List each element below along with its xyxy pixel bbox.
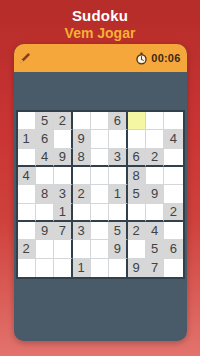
sudoku-cell-r8c6[interactable]: 9 [109,240,127,258]
sudoku-cell-r6c9[interactable]: 2 [164,204,182,222]
sudoku-cell-r5c9[interactable] [164,185,182,203]
sudoku-cell-r1c1[interactable] [18,112,36,130]
sudoku-cell-r6c2[interactable] [36,204,54,222]
sudoku-cell-r7c3[interactable]: 7 [54,222,72,240]
sudoku-board: 526169449836248832159129735242956197 [16,110,185,279]
sudoku-cell-r4c2[interactable] [36,167,54,185]
sudoku-cell-r7c1[interactable] [18,222,36,240]
sudoku-cell-r2c2[interactable]: 6 [36,130,54,148]
sudoku-cell-r1c2[interactable]: 5 [36,112,54,130]
sudoku-cell-r4c1[interactable]: 4 [18,167,36,185]
stopwatch-icon [135,52,148,65]
sudoku-cell-r1c7[interactable] [128,112,146,130]
sudoku-cell-r3c7[interactable]: 6 [128,149,146,167]
sudoku-cell-r7c4[interactable]: 3 [73,222,91,240]
sudoku-cell-r2c9[interactable]: 4 [164,130,182,148]
sudoku-cell-r5c3[interactable]: 3 [54,185,72,203]
sudoku-cell-r2c4[interactable]: 9 [73,130,91,148]
app-screen: Sudoku Vem Jogar 00:06 [0,0,200,356]
sudoku-cell-r8c3[interactable] [54,240,72,258]
sudoku-cell-r8c5[interactable] [91,240,109,258]
sudoku-cell-r4c3[interactable] [54,167,72,185]
sudoku-cell-r7c5[interactable] [91,222,109,240]
sudoku-cell-r8c9[interactable]: 6 [164,240,182,258]
sudoku-cell-r8c1[interactable]: 2 [18,240,36,258]
sudoku-cell-r2c8[interactable] [146,130,164,148]
sudoku-cell-r6c1[interactable] [18,204,36,222]
sudoku-cell-r4c9[interactable] [164,167,182,185]
timer-value: 00:06 [151,52,180,64]
sudoku-cell-r1c9[interactable] [164,112,182,130]
sudoku-cell-r3c9[interactable] [164,149,182,167]
sudoku-cell-r5c6[interactable]: 1 [109,185,127,203]
sudoku-cell-r8c7[interactable] [128,240,146,258]
sudoku-cell-r4c4[interactable] [73,167,91,185]
sudoku-cell-r7c6[interactable]: 5 [109,222,127,240]
sudoku-cell-r6c7[interactable] [128,204,146,222]
sudoku-cell-r7c2[interactable]: 9 [36,222,54,240]
sudoku-cell-r9c5[interactable] [91,259,109,277]
sudoku-cell-r8c2[interactable] [36,240,54,258]
sudoku-cell-r9c4[interactable]: 1 [73,259,91,277]
sudoku-cell-r2c1[interactable]: 1 [18,130,36,148]
sudoku-cell-r5c1[interactable] [18,185,36,203]
sudoku-cell-r9c7[interactable]: 9 [128,259,146,277]
sudoku-cell-r3c1[interactable] [18,149,36,167]
sudoku-cell-r1c3[interactable]: 2 [54,112,72,130]
page-title: Sudoku [0,7,200,25]
sudoku-cell-r7c8[interactable]: 4 [146,222,164,240]
game-toolbar: 00:06 [14,44,187,72]
sudoku-cell-r2c6[interactable] [109,130,127,148]
sudoku-cell-r5c4[interactable]: 2 [73,185,91,203]
sudoku-cell-r9c8[interactable]: 7 [146,259,164,277]
sudoku-cell-r5c7[interactable]: 5 [128,185,146,203]
sudoku-cell-r1c8[interactable] [146,112,164,130]
sudoku-cell-r6c6[interactable] [109,204,127,222]
sudoku-cell-r3c8[interactable]: 2 [146,149,164,167]
board-area: 526169449836248832159129735242956197 [14,72,187,279]
sudoku-cell-r4c7[interactable]: 8 [128,167,146,185]
timer: 00:06 [135,52,180,65]
sudoku-cell-r4c8[interactable] [146,167,164,185]
game-card: 00:06 5261694498362488321591297352429561… [14,44,187,341]
sudoku-cell-r3c5[interactable] [91,149,109,167]
sudoku-cell-r1c4[interactable] [73,112,91,130]
sudoku-cell-r6c8[interactable] [146,204,164,222]
sudoku-cell-r3c2[interactable]: 4 [36,149,54,167]
sudoku-cell-r1c6[interactable]: 6 [109,112,127,130]
sudoku-cell-r3c3[interactable]: 9 [54,149,72,167]
sudoku-cell-r6c3[interactable]: 1 [54,204,72,222]
sudoku-cell-r6c4[interactable] [73,204,91,222]
sudoku-cell-r7c7[interactable]: 2 [128,222,146,240]
sudoku-cell-r4c6[interactable] [109,167,127,185]
pencil-icon[interactable] [17,50,33,66]
page-subtitle: Vem Jogar [0,25,200,42]
sudoku-cell-r8c8[interactable]: 5 [146,240,164,258]
sudoku-cell-r9c1[interactable] [18,259,36,277]
sudoku-cell-r9c2[interactable] [36,259,54,277]
sudoku-cell-r2c3[interactable] [54,130,72,148]
sudoku-cell-r9c6[interactable] [109,259,127,277]
sudoku-cell-r9c9[interactable] [164,259,182,277]
sudoku-cell-r7c9[interactable] [164,222,182,240]
sudoku-cell-r4c5[interactable] [91,167,109,185]
sudoku-cell-r3c4[interactable]: 8 [73,149,91,167]
sudoku-cell-r1c5[interactable] [91,112,109,130]
sudoku-cell-r6c5[interactable] [91,204,109,222]
sudoku-cell-r2c7[interactable] [128,130,146,148]
sudoku-cell-r5c2[interactable]: 8 [36,185,54,203]
sudoku-cell-r5c5[interactable] [91,185,109,203]
sudoku-cell-r5c8[interactable]: 9 [146,185,164,203]
sudoku-cell-r2c5[interactable] [91,130,109,148]
sudoku-cell-r8c4[interactable] [73,240,91,258]
sudoku-cell-r9c3[interactable] [54,259,72,277]
sudoku-cell-r3c6[interactable]: 3 [109,149,127,167]
page-header: Sudoku Vem Jogar [0,0,200,42]
